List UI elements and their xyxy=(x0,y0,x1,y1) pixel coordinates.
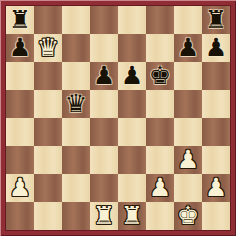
square-d2[interactable] xyxy=(90,174,118,202)
square-f8[interactable] xyxy=(146,6,174,34)
square-b7[interactable]: ♛ xyxy=(34,34,62,62)
white-pawn: ♟ xyxy=(177,147,199,172)
square-g5[interactable] xyxy=(174,90,202,118)
chess-board: ♜♜♟♛♟♟♟♟♚♛♟♟♟♟♜♜♚ xyxy=(6,6,230,230)
square-e3[interactable] xyxy=(118,146,146,174)
square-a8[interactable]: ♜ xyxy=(6,6,34,34)
square-h1[interactable] xyxy=(202,202,230,230)
square-b3[interactable] xyxy=(34,146,62,174)
square-a2[interactable]: ♟ xyxy=(6,174,34,202)
square-b1[interactable] xyxy=(34,202,62,230)
square-c8[interactable] xyxy=(62,6,90,34)
black-pawn: ♟ xyxy=(9,35,31,60)
square-e5[interactable] xyxy=(118,90,146,118)
black-pawn: ♟ xyxy=(93,63,115,88)
board-frame: ♜♜♟♛♟♟♟♟♚♛♟♟♟♟♜♜♚ xyxy=(0,0,236,236)
white-king: ♚ xyxy=(177,203,199,228)
square-g7[interactable]: ♟ xyxy=(174,34,202,62)
square-h3[interactable] xyxy=(202,146,230,174)
square-d8[interactable] xyxy=(90,6,118,34)
square-c7[interactable] xyxy=(62,34,90,62)
square-f7[interactable] xyxy=(146,34,174,62)
black-pawn: ♟ xyxy=(205,35,227,60)
black-queen: ♛ xyxy=(65,91,87,116)
square-h8[interactable]: ♜ xyxy=(202,6,230,34)
square-d3[interactable] xyxy=(90,146,118,174)
square-e7[interactable] xyxy=(118,34,146,62)
square-h6[interactable] xyxy=(202,62,230,90)
square-c6[interactable] xyxy=(62,62,90,90)
black-pawn: ♟ xyxy=(121,63,143,88)
square-h5[interactable] xyxy=(202,90,230,118)
square-f5[interactable] xyxy=(146,90,174,118)
square-f3[interactable] xyxy=(146,146,174,174)
black-rook: ♜ xyxy=(9,7,31,32)
square-g6[interactable] xyxy=(174,62,202,90)
white-pawn: ♟ xyxy=(9,175,31,200)
square-d1[interactable]: ♜ xyxy=(90,202,118,230)
square-e8[interactable] xyxy=(118,6,146,34)
square-g1[interactable]: ♚ xyxy=(174,202,202,230)
square-c3[interactable] xyxy=(62,146,90,174)
square-h7[interactable]: ♟ xyxy=(202,34,230,62)
square-c4[interactable] xyxy=(62,118,90,146)
square-a4[interactable] xyxy=(6,118,34,146)
square-e4[interactable] xyxy=(118,118,146,146)
square-d4[interactable] xyxy=(90,118,118,146)
black-king: ♚ xyxy=(149,63,171,88)
square-b4[interactable] xyxy=(34,118,62,146)
white-pawn: ♟ xyxy=(205,175,227,200)
square-g2[interactable] xyxy=(174,174,202,202)
square-d7[interactable] xyxy=(90,34,118,62)
square-d6[interactable]: ♟ xyxy=(90,62,118,90)
square-b5[interactable] xyxy=(34,90,62,118)
square-a1[interactable] xyxy=(6,202,34,230)
square-e2[interactable] xyxy=(118,174,146,202)
square-g3[interactable]: ♟ xyxy=(174,146,202,174)
square-b2[interactable] xyxy=(34,174,62,202)
white-rook: ♜ xyxy=(121,203,143,228)
white-rook: ♜ xyxy=(93,203,115,228)
square-c1[interactable] xyxy=(62,202,90,230)
square-e6[interactable]: ♟ xyxy=(118,62,146,90)
square-h4[interactable] xyxy=(202,118,230,146)
white-pawn: ♟ xyxy=(149,175,171,200)
square-f2[interactable]: ♟ xyxy=(146,174,174,202)
square-a6[interactable] xyxy=(6,62,34,90)
square-f1[interactable] xyxy=(146,202,174,230)
black-rook: ♜ xyxy=(205,7,227,32)
square-c5[interactable]: ♛ xyxy=(62,90,90,118)
square-c2[interactable] xyxy=(62,174,90,202)
square-d5[interactable] xyxy=(90,90,118,118)
square-f4[interactable] xyxy=(146,118,174,146)
black-pawn: ♟ xyxy=(177,35,199,60)
square-e1[interactable]: ♜ xyxy=(118,202,146,230)
square-b8[interactable] xyxy=(34,6,62,34)
square-g4[interactable] xyxy=(174,118,202,146)
square-h2[interactable]: ♟ xyxy=(202,174,230,202)
square-a5[interactable] xyxy=(6,90,34,118)
square-f6[interactable]: ♚ xyxy=(146,62,174,90)
square-b6[interactable] xyxy=(34,62,62,90)
square-g8[interactable] xyxy=(174,6,202,34)
square-a3[interactable] xyxy=(6,146,34,174)
white-queen: ♛ xyxy=(37,35,59,60)
square-a7[interactable]: ♟ xyxy=(6,34,34,62)
